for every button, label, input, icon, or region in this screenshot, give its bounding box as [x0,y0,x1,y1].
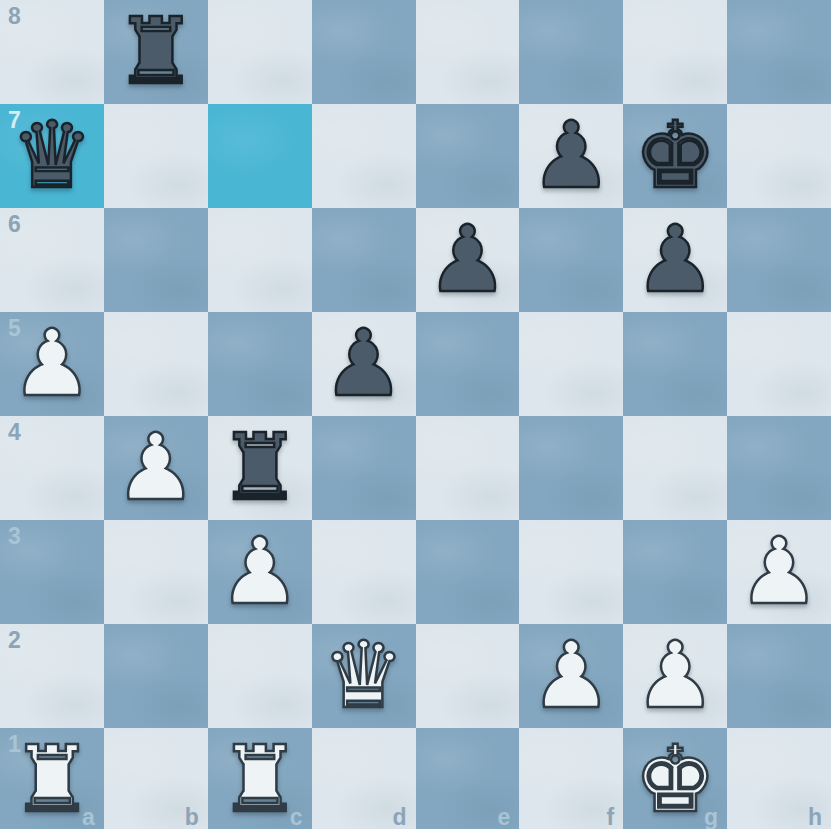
square-a7[interactable]: 7♛ [0,104,104,208]
square-g8[interactable] [623,0,727,104]
square-f7[interactable]: ♟ [519,104,623,208]
rank-label-4: 4 [8,419,21,446]
square-b5[interactable] [104,312,208,416]
piece-white-pawn[interactable]: ♟ [634,624,716,728]
piece-white-queen[interactable]: ♛ [322,624,404,728]
square-c4[interactable]: ♜ [208,416,312,520]
square-f3[interactable] [519,520,623,624]
square-g6[interactable]: ♟ [623,208,727,312]
square-f8[interactable] [519,0,623,104]
square-c7[interactable] [208,104,312,208]
chess-board: 8♜7♛♟♚6♟♟5♟♟4♟♜3♟♟2♛♟♟1a♜bc♜defg♚h [0,0,831,829]
square-b7[interactable] [104,104,208,208]
square-e8[interactable] [416,0,520,104]
board-container: 8♜7♛♟♚6♟♟5♟♟4♟♜3♟♟2♛♟♟1a♜bc♜defg♚h [0,0,831,829]
square-f2[interactable]: ♟ [519,624,623,728]
square-g1[interactable]: g♚ [623,728,727,829]
square-d5[interactable]: ♟ [312,312,416,416]
square-d3[interactable] [312,520,416,624]
square-a3[interactable]: 3 [0,520,104,624]
square-d8[interactable] [312,0,416,104]
square-b2[interactable] [104,624,208,728]
file-label-f: f [607,804,615,829]
square-f4[interactable] [519,416,623,520]
piece-white-king[interactable]: ♚ [634,728,716,829]
square-a8[interactable]: 8 [0,0,104,104]
square-h6[interactable] [727,208,831,312]
square-e3[interactable] [416,520,520,624]
piece-black-pawn[interactable]: ♟ [634,208,716,312]
square-a5[interactable]: 5♟ [0,312,104,416]
piece-black-pawn[interactable]: ♟ [322,312,404,416]
square-f1[interactable]: f [519,728,623,829]
square-a1[interactable]: 1a♜ [0,728,104,829]
file-label-e: e [498,804,511,829]
piece-white-pawn[interactable]: ♟ [115,416,197,520]
piece-black-pawn[interactable]: ♟ [426,208,508,312]
square-h2[interactable] [727,624,831,728]
piece-black-king[interactable]: ♚ [634,104,716,208]
square-d4[interactable] [312,416,416,520]
piece-white-pawn[interactable]: ♟ [738,520,820,624]
square-h8[interactable] [727,0,831,104]
square-g3[interactable] [623,520,727,624]
rank-label-3: 3 [8,523,21,550]
square-b1[interactable]: b [104,728,208,829]
square-e1[interactable]: e [416,728,520,829]
square-e6[interactable]: ♟ [416,208,520,312]
square-a6[interactable]: 6 [0,208,104,312]
square-d6[interactable] [312,208,416,312]
file-label-d: d [392,804,406,829]
file-label-h: h [808,804,822,829]
square-d7[interactable] [312,104,416,208]
square-h5[interactable] [727,312,831,416]
square-b3[interactable] [104,520,208,624]
square-b6[interactable] [104,208,208,312]
square-d2[interactable]: ♛ [312,624,416,728]
rank-label-8: 8 [8,3,21,30]
square-c8[interactable] [208,0,312,104]
square-g2[interactable]: ♟ [623,624,727,728]
piece-black-rook[interactable]: ♜ [115,0,197,104]
piece-white-pawn[interactable]: ♟ [11,312,93,416]
file-label-b: b [185,804,199,829]
square-e5[interactable] [416,312,520,416]
piece-black-rook[interactable]: ♜ [218,416,300,520]
piece-black-queen[interactable]: ♛ [11,104,93,208]
square-h1[interactable]: h [727,728,831,829]
rank-label-2: 2 [8,627,21,654]
square-d1[interactable]: d [312,728,416,829]
square-g4[interactable] [623,416,727,520]
square-g5[interactable] [623,312,727,416]
square-f6[interactable] [519,208,623,312]
square-c5[interactable] [208,312,312,416]
square-f5[interactable] [519,312,623,416]
square-e7[interactable] [416,104,520,208]
square-c2[interactable] [208,624,312,728]
square-g7[interactable]: ♚ [623,104,727,208]
square-b8[interactable]: ♜ [104,0,208,104]
square-c6[interactable] [208,208,312,312]
square-a4[interactable]: 4 [0,416,104,520]
square-b4[interactable]: ♟ [104,416,208,520]
rank-label-6: 6 [8,211,21,238]
square-h7[interactable] [727,104,831,208]
piece-white-pawn[interactable]: ♟ [530,624,612,728]
square-h3[interactable]: ♟ [727,520,831,624]
square-a2[interactable]: 2 [0,624,104,728]
piece-white-rook[interactable]: ♜ [218,728,300,829]
square-e2[interactable] [416,624,520,728]
square-e4[interactable] [416,416,520,520]
square-h4[interactable] [727,416,831,520]
piece-white-rook[interactable]: ♜ [11,728,93,829]
square-c3[interactable]: ♟ [208,520,312,624]
square-c1[interactable]: c♜ [208,728,312,829]
piece-black-pawn[interactable]: ♟ [530,104,612,208]
piece-white-pawn[interactable]: ♟ [218,520,300,624]
